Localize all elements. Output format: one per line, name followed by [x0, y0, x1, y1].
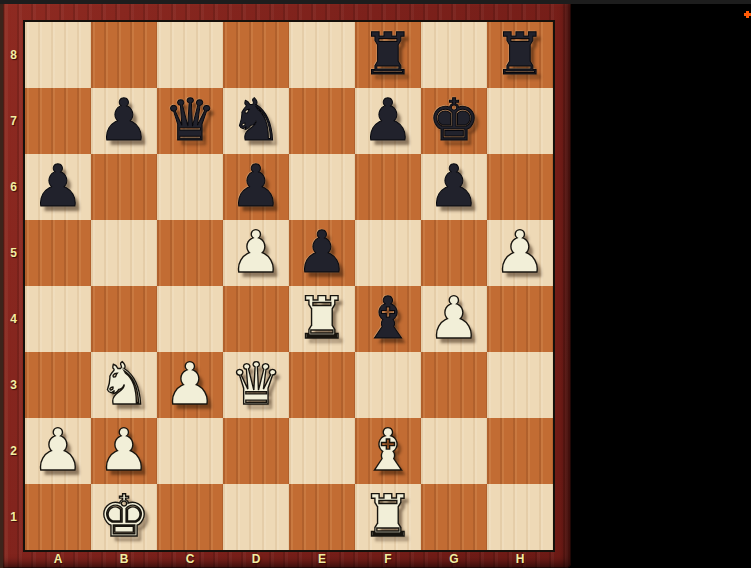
file-label-e: E [289, 550, 355, 568]
square-c5[interactable] [157, 220, 223, 286]
square-e5[interactable]: ♟ [289, 220, 355, 286]
square-d5[interactable]: ♟ [223, 220, 289, 286]
square-d4[interactable] [223, 286, 289, 352]
rank-label-2: 2 [3, 418, 24, 484]
crosshair-vertical-bar [746, 11, 749, 18]
piece-white-pawn-h5[interactable]: ♟ [494, 219, 546, 285]
square-a2[interactable]: ♟ [25, 418, 91, 484]
square-h3[interactable] [487, 352, 553, 418]
square-a6[interactable]: ♟ [25, 154, 91, 220]
piece-black-rook-f8[interactable]: ♜ [362, 21, 414, 87]
piece-black-pawn-a6[interactable]: ♟ [32, 153, 84, 219]
square-f4[interactable]: ♝ [355, 286, 421, 352]
square-h7[interactable] [487, 88, 553, 154]
piece-black-knight-d7[interactable]: ♞ [230, 87, 282, 153]
file-label-f: F [355, 550, 421, 568]
square-g4[interactable]: ♟ [421, 286, 487, 352]
square-a1[interactable] [25, 484, 91, 550]
square-d6[interactable]: ♟ [223, 154, 289, 220]
piece-black-pawn-g6[interactable]: ♟ [428, 153, 480, 219]
square-b5[interactable] [91, 220, 157, 286]
file-label-h: H [487, 550, 553, 568]
square-f3[interactable] [355, 352, 421, 418]
file-label-c: C [157, 550, 223, 568]
square-c4[interactable] [157, 286, 223, 352]
square-d1[interactable] [223, 484, 289, 550]
board-frame: ♜♜♟♛♞♟♚♟♟♟♟♟♟♜♝♟♞♟♛♟♟♝♚♜ 87654321 ABCDEF… [0, 0, 571, 568]
square-c3[interactable]: ♟ [157, 352, 223, 418]
rank-label-7: 7 [3, 88, 24, 154]
rank-label-8: 8 [3, 22, 24, 88]
square-c1[interactable] [157, 484, 223, 550]
square-a4[interactable] [25, 286, 91, 352]
square-e2[interactable] [289, 418, 355, 484]
file-label-a: A [25, 550, 91, 568]
square-f1[interactable]: ♜ [355, 484, 421, 550]
square-g6[interactable]: ♟ [421, 154, 487, 220]
square-c6[interactable] [157, 154, 223, 220]
square-c7[interactable]: ♛ [157, 88, 223, 154]
square-b4[interactable] [91, 286, 157, 352]
chess-board: ♜♜♟♛♞♟♚♟♟♟♟♟♟♜♝♟♞♟♛♟♟♝♚♜ [25, 22, 553, 550]
piece-black-queen-c7[interactable]: ♛ [164, 87, 216, 153]
square-a3[interactable] [25, 352, 91, 418]
square-b8[interactable] [91, 22, 157, 88]
square-f2[interactable]: ♝ [355, 418, 421, 484]
piece-white-queen-d3[interactable]: ♛ [230, 351, 282, 417]
square-d2[interactable] [223, 418, 289, 484]
rank-label-3: 3 [3, 352, 24, 418]
square-f6[interactable] [355, 154, 421, 220]
square-d3[interactable]: ♛ [223, 352, 289, 418]
square-g5[interactable] [421, 220, 487, 286]
square-a7[interactable] [25, 88, 91, 154]
piece-white-pawn-b2[interactable]: ♟ [98, 417, 150, 483]
square-e7[interactable] [289, 88, 355, 154]
square-d7[interactable]: ♞ [223, 88, 289, 154]
square-h2[interactable] [487, 418, 553, 484]
rank-label-6: 6 [3, 154, 24, 220]
file-label-d: D [223, 550, 289, 568]
square-a5[interactable] [25, 220, 91, 286]
piece-white-pawn-a2[interactable]: ♟ [32, 417, 84, 483]
rank-label-5: 5 [3, 220, 24, 286]
square-b2[interactable]: ♟ [91, 418, 157, 484]
square-b1[interactable]: ♚ [91, 484, 157, 550]
square-a8[interactable] [25, 22, 91, 88]
square-h5[interactable]: ♟ [487, 220, 553, 286]
piece-white-king-b1[interactable]: ♚ [98, 483, 150, 549]
file-label-b: B [91, 550, 157, 568]
square-b3[interactable]: ♞ [91, 352, 157, 418]
square-h4[interactable] [487, 286, 553, 352]
piece-black-pawn-d6[interactable]: ♟ [230, 153, 282, 219]
rank-label-4: 4 [3, 286, 24, 352]
square-d8[interactable] [223, 22, 289, 88]
piece-black-bishop-f4[interactable]: ♝ [362, 285, 414, 351]
piece-black-king-g7[interactable]: ♚ [428, 87, 480, 153]
square-g3[interactable] [421, 352, 487, 418]
square-e3[interactable] [289, 352, 355, 418]
square-b7[interactable]: ♟ [91, 88, 157, 154]
square-g8[interactable] [421, 22, 487, 88]
square-f8[interactable]: ♜ [355, 22, 421, 88]
square-h1[interactable] [487, 484, 553, 550]
square-g2[interactable] [421, 418, 487, 484]
rank-label-1: 1 [3, 484, 24, 550]
piece-white-knight-b3[interactable]: ♞ [98, 351, 150, 417]
file-label-g: G [421, 550, 487, 568]
square-g7[interactable]: ♚ [421, 88, 487, 154]
square-f5[interactable] [355, 220, 421, 286]
square-e8[interactable] [289, 22, 355, 88]
piece-white-pawn-c3[interactable]: ♟ [164, 351, 216, 417]
piece-black-pawn-b7[interactable]: ♟ [98, 87, 150, 153]
square-e6[interactable] [289, 154, 355, 220]
crosshair-cursor-icon [744, 11, 751, 18]
chess-app-window: ♜♜♟♛♞♟♚♟♟♟♟♟♟♜♝♟♞♟♛♟♟♝♚♜ 87654321 ABCDEF… [0, 0, 751, 568]
piece-black-pawn-e5[interactable]: ♟ [296, 219, 348, 285]
piece-white-pawn-d5[interactable]: ♟ [230, 219, 282, 285]
square-e4[interactable]: ♜ [289, 286, 355, 352]
square-h6[interactable] [487, 154, 553, 220]
piece-white-bishop-f2[interactable]: ♝ [362, 417, 414, 483]
piece-white-pawn-g4[interactable]: ♟ [428, 285, 480, 351]
piece-black-rook-h8[interactable]: ♜ [494, 21, 546, 87]
square-f7[interactable]: ♟ [355, 88, 421, 154]
square-c2[interactable] [157, 418, 223, 484]
piece-black-pawn-f7[interactable]: ♟ [362, 87, 414, 153]
square-e1[interactable] [289, 484, 355, 550]
square-g1[interactable] [421, 484, 487, 550]
square-h8[interactable]: ♜ [487, 22, 553, 88]
square-c8[interactable] [157, 22, 223, 88]
square-b6[interactable] [91, 154, 157, 220]
piece-white-rook-e4[interactable]: ♜ [296, 285, 348, 351]
window-top-edge [0, 0, 751, 4]
piece-white-rook-f1[interactable]: ♜ [362, 483, 414, 549]
